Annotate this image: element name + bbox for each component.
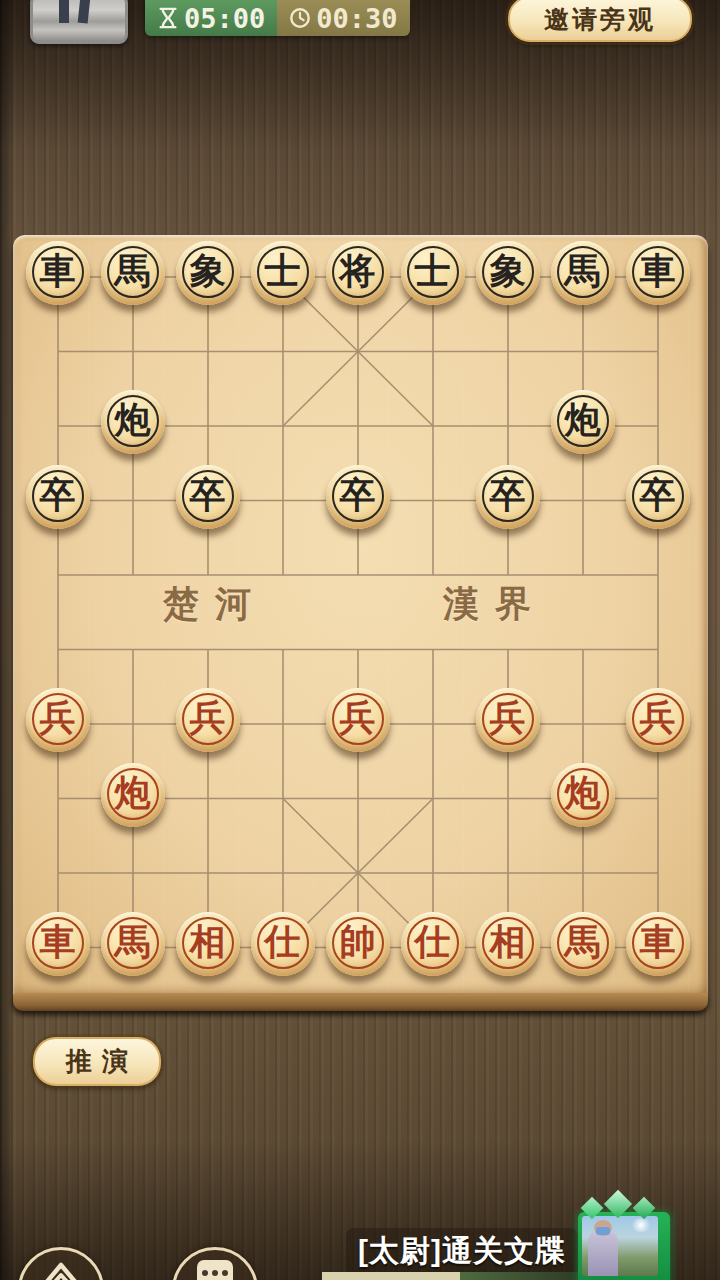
- clock-icon: [289, 7, 311, 29]
- piece-glyph: 士: [415, 253, 451, 289]
- piece-glyph: 卒: [490, 477, 526, 513]
- piece-仕[interactable]: 仕: [251, 912, 315, 976]
- chat-bubble-icon: [197, 1260, 233, 1280]
- piece-glyph: 兵: [190, 700, 226, 736]
- timer-group: 05:00 00:30: [145, 0, 410, 36]
- move-timer: 00:30: [277, 0, 409, 36]
- piece-glyph: 炮: [115, 402, 151, 438]
- piece-glyph: 帥: [340, 924, 376, 960]
- piece-glyph: 馬: [115, 924, 151, 960]
- glare-highlight: [630, 1218, 652, 1232]
- piece-glyph: 卒: [190, 477, 226, 513]
- piece-glyph: 象: [190, 253, 226, 289]
- piece-glyph: 象: [490, 253, 526, 289]
- piece-将[interactable]: 将: [326, 241, 390, 305]
- piece-兵[interactable]: 兵: [476, 688, 540, 752]
- piece-車[interactable]: 車: [626, 912, 690, 976]
- chat-button[interactable]: [172, 1247, 258, 1280]
- piece-卒[interactable]: 卒: [476, 465, 540, 529]
- deduce-button[interactable]: 推演: [33, 1037, 161, 1086]
- xiangqi-board[interactable]: 楚河 漢界 車馬象士将士象馬車炮炮卒卒卒卒卒兵兵兵兵兵炮炮車馬相仕帥仕相馬車: [13, 235, 708, 1005]
- piece-glyph: 卒: [340, 477, 376, 513]
- piece-炮[interactable]: 炮: [101, 763, 165, 827]
- piece-車[interactable]: 車: [26, 241, 90, 305]
- piece-glyph: 仕: [415, 924, 451, 960]
- piece-兵[interactable]: 兵: [176, 688, 240, 752]
- piece-glyph: 車: [40, 924, 76, 960]
- pieces-layer: 車馬象士将士象馬車炮炮卒卒卒卒卒兵兵兵兵兵炮炮車馬相仕帥仕相馬車: [58, 277, 658, 948]
- player-avatar[interactable]: [30, 0, 128, 44]
- piece-glyph: 馬: [565, 253, 601, 289]
- piece-卒[interactable]: 卒: [626, 465, 690, 529]
- piece-glyph: 卒: [640, 477, 676, 513]
- piece-士[interactable]: 士: [251, 241, 315, 305]
- left-edge-shadow: [0, 0, 14, 1280]
- piece-glyph: 兵: [40, 700, 76, 736]
- piece-glyph: 馬: [115, 253, 151, 289]
- piece-馬[interactable]: 馬: [551, 241, 615, 305]
- piece-炮[interactable]: 炮: [551, 763, 615, 827]
- avatar-figure: [59, 0, 69, 23]
- piece-glyph: 兵: [340, 700, 376, 736]
- piece-glyph: 士: [265, 253, 301, 289]
- reward-badge[interactable]: [578, 1212, 670, 1280]
- piece-車[interactable]: 車: [26, 912, 90, 976]
- piece-glyph: 炮: [565, 775, 601, 811]
- piece-glyph: 車: [40, 253, 76, 289]
- progress-strip: [322, 1272, 578, 1280]
- board-bottom-edge: [13, 993, 708, 1011]
- hourglass-icon: [157, 7, 179, 29]
- piece-glyph: 相: [190, 924, 226, 960]
- piece-glyph: 馬: [565, 924, 601, 960]
- piece-象[interactable]: 象: [476, 241, 540, 305]
- move-timer-value: 00:30: [316, 3, 397, 34]
- piece-glyph: 将: [340, 253, 376, 289]
- badge-photo: [582, 1216, 658, 1276]
- piece-炮[interactable]: 炮: [101, 390, 165, 454]
- piece-兵[interactable]: 兵: [626, 688, 690, 752]
- piece-glyph: 車: [640, 253, 676, 289]
- piece-仕[interactable]: 仕: [401, 912, 465, 976]
- piece-馬[interactable]: 馬: [101, 912, 165, 976]
- piece-glyph: 車: [640, 924, 676, 960]
- piece-卒[interactable]: 卒: [26, 465, 90, 529]
- piece-炮[interactable]: 炮: [551, 390, 615, 454]
- piece-士[interactable]: 士: [401, 241, 465, 305]
- reward-banner-text: [太尉]通关文牒: [346, 1228, 578, 1275]
- piece-兵[interactable]: 兵: [26, 688, 90, 752]
- piece-glyph: 兵: [640, 700, 676, 736]
- collapse-button[interactable]: [18, 1247, 104, 1280]
- piece-相[interactable]: 相: [176, 912, 240, 976]
- piece-馬[interactable]: 馬: [101, 241, 165, 305]
- avatar-figure: [78, 0, 91, 23]
- piece-馬[interactable]: 馬: [551, 912, 615, 976]
- piece-卒[interactable]: 卒: [326, 465, 390, 529]
- piece-車[interactable]: 車: [626, 241, 690, 305]
- main-timer: 05:00: [145, 0, 277, 36]
- piece-帥[interactable]: 帥: [326, 912, 390, 976]
- invite-spectators-button[interactable]: 邀请旁观: [508, 0, 692, 42]
- badge-person-mask: [596, 1227, 610, 1235]
- top-bar: 05:00 00:30 邀请旁观: [0, 0, 720, 60]
- game-screen: 05:00 00:30 邀请旁观: [0, 0, 720, 1280]
- piece-glyph: 兵: [490, 700, 526, 736]
- piece-兵[interactable]: 兵: [326, 688, 390, 752]
- piece-glyph: 卒: [40, 477, 76, 513]
- piece-卒[interactable]: 卒: [176, 465, 240, 529]
- main-timer-value: 05:00: [184, 3, 265, 34]
- badge-person: [588, 1230, 618, 1276]
- piece-glyph: 炮: [565, 402, 601, 438]
- piece-glyph: 相: [490, 924, 526, 960]
- piece-glyph: 仕: [265, 924, 301, 960]
- chevron-up-icon: [41, 1260, 81, 1280]
- piece-相[interactable]: 相: [476, 912, 540, 976]
- piece-象[interactable]: 象: [176, 241, 240, 305]
- piece-glyph: 炮: [115, 775, 151, 811]
